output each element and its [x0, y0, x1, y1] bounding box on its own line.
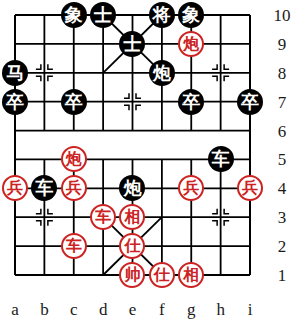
piece-black-horse-a8[interactable]: 马 — [2, 60, 28, 86]
file-label-e: e — [129, 301, 137, 318]
file-label-f: f — [159, 301, 165, 318]
file-label-c: c — [70, 301, 78, 318]
piece-glyph: 卒 — [6, 93, 24, 111]
piece-red-elephant-g1[interactable]: 相 — [178, 262, 204, 288]
file-label-i: i — [248, 301, 253, 318]
piece-glyph: 炮 — [66, 151, 82, 167]
piece-red-general-e1[interactable]: 帅 — [119, 262, 145, 288]
rank-label-10: 10 — [274, 7, 291, 24]
piece-glyph: 帅 — [124, 267, 140, 283]
piece-black-advisor-e9[interactable]: 士 — [119, 31, 145, 57]
piece-black-elephant-g10[interactable]: 象 — [178, 2, 204, 28]
piece-glyph: 卒 — [182, 93, 200, 111]
piece-black-pawn-c7[interactable]: 卒 — [61, 89, 87, 115]
rank-label-3: 3 — [278, 209, 287, 226]
piece-glyph: 卒 — [65, 93, 83, 111]
piece-glyph: 相 — [124, 209, 140, 225]
piece-glyph: 象 — [182, 6, 200, 24]
piece-glyph: 士 — [94, 6, 112, 24]
rank-label-2: 2 — [278, 238, 287, 255]
piece-red-cannon-g9[interactable]: 炮 — [178, 31, 204, 57]
piece-black-pawn-i7[interactable]: 卒 — [237, 89, 263, 115]
piece-black-chariot-b4[interactable]: 车 — [31, 175, 57, 201]
file-label-d: d — [99, 301, 108, 318]
rank-label-4: 4 — [278, 180, 287, 197]
piece-black-general-f10[interactable]: 将 — [149, 2, 175, 28]
piece-black-advisor-d10[interactable]: 士 — [90, 2, 116, 28]
piece-glyph: 车 — [66, 238, 82, 254]
piece-glyph: 车 — [35, 179, 53, 197]
piece-black-pawn-g7[interactable]: 卒 — [178, 89, 204, 115]
rank-label-8: 8 — [278, 64, 287, 81]
piece-black-cannon-e4[interactable]: 炮 — [119, 175, 145, 201]
piece-red-chariot-c2[interactable]: 车 — [61, 233, 87, 259]
piece-red-cannon-c5[interactable]: 炮 — [61, 146, 87, 172]
piece-red-advisor-e2[interactable]: 仕 — [119, 233, 145, 259]
piece-red-pawn-c4[interactable]: 兵 — [61, 175, 87, 201]
piece-glyph: 炮 — [153, 64, 171, 82]
piece-red-elephant-e3[interactable]: 相 — [119, 204, 145, 230]
piece-glyph: 将 — [153, 6, 171, 24]
piece-glyph: 兵 — [66, 180, 82, 196]
piece-glyph: 车 — [95, 209, 111, 225]
piece-black-pawn-a7[interactable]: 卒 — [2, 89, 28, 115]
piece-black-cannon-f8[interactable]: 炮 — [149, 60, 175, 86]
file-label-b: b — [40, 301, 49, 318]
rank-label-9: 9 — [278, 35, 287, 52]
piece-black-chariot-h5[interactable]: 车 — [208, 146, 234, 172]
piece-glyph: 士 — [123, 35, 141, 53]
piece-glyph: 卒 — [241, 93, 259, 111]
piece-glyph: 仕 — [154, 267, 170, 283]
pieces-layer: 象士将象士炮马炮卒卒卒卒炮车兵车兵炮兵兵车相车仕帅仕相 — [0, 1, 264, 290]
rank-label-6: 6 — [278, 122, 287, 139]
xiangqi-board: 象士将象士炮马炮卒卒卒卒炮车兵车兵炮兵兵车相车仕帅仕相 abcdefghi109… — [0, 0, 300, 322]
file-label-g: g — [187, 301, 196, 318]
piece-glyph: 兵 — [242, 180, 258, 196]
piece-glyph: 仕 — [124, 238, 140, 254]
piece-red-pawn-a4[interactable]: 兵 — [2, 175, 28, 201]
piece-red-advisor-f1[interactable]: 仕 — [149, 262, 175, 288]
piece-red-pawn-i4[interactable]: 兵 — [237, 175, 263, 201]
piece-glyph: 车 — [212, 150, 230, 168]
piece-glyph: 象 — [65, 6, 83, 24]
file-label-h: h — [216, 301, 225, 318]
piece-black-elephant-c10[interactable]: 象 — [61, 2, 87, 28]
rank-label-5: 5 — [278, 151, 287, 168]
file-label-a: a — [11, 301, 19, 318]
piece-glyph: 炮 — [183, 36, 199, 52]
piece-glyph: 炮 — [123, 179, 141, 197]
piece-red-chariot-d3[interactable]: 车 — [90, 204, 116, 230]
rank-label-7: 7 — [278, 93, 287, 110]
piece-glyph: 兵 — [183, 180, 199, 196]
rank-label-1: 1 — [278, 267, 287, 284]
piece-glyph: 相 — [183, 267, 199, 283]
piece-red-pawn-g4[interactable]: 兵 — [178, 175, 204, 201]
piece-glyph: 马 — [6, 64, 24, 82]
piece-glyph: 兵 — [7, 180, 23, 196]
